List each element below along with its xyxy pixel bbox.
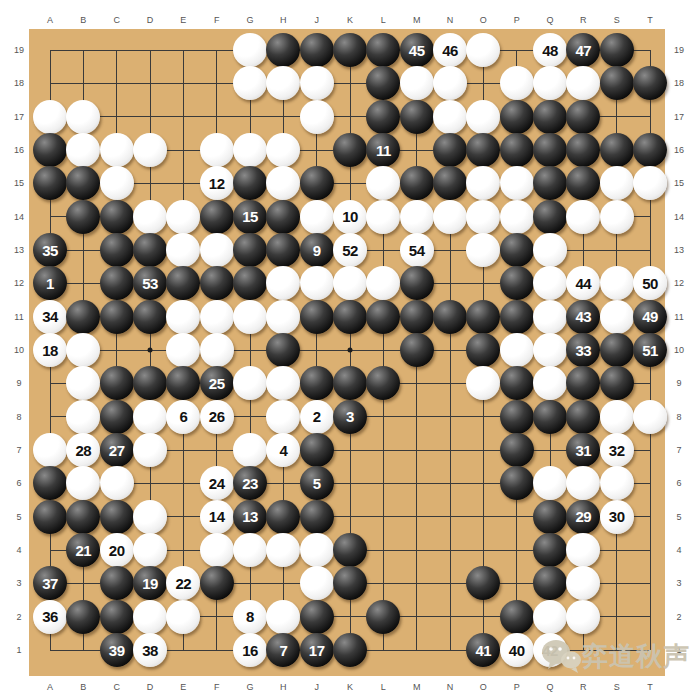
coord-label-top-S: S bbox=[614, 15, 620, 25]
coord-label-top-M: M bbox=[413, 15, 421, 25]
stone-white-R6 bbox=[566, 466, 600, 500]
stone-white-F8: 26 bbox=[200, 400, 234, 434]
stone-black-P9 bbox=[500, 366, 534, 400]
stone-black-H1: 7 bbox=[266, 633, 300, 667]
stone-black-O10 bbox=[466, 333, 500, 367]
coord-label-left-15: 15 bbox=[14, 178, 24, 188]
coord-label-left-16: 16 bbox=[14, 145, 24, 155]
stone-white-E8: 6 bbox=[166, 400, 200, 434]
coord-label-bottom-G: G bbox=[246, 682, 253, 692]
stone-black-C14 bbox=[100, 200, 134, 234]
stone-white-B17 bbox=[66, 100, 100, 134]
stone-white-F15: 12 bbox=[200, 166, 234, 200]
stone-black-C1: 39 bbox=[100, 633, 134, 667]
stone-black-J2 bbox=[300, 600, 334, 634]
stone-white-G4 bbox=[233, 533, 267, 567]
stone-white-H4 bbox=[266, 533, 300, 567]
coord-label-top-L: L bbox=[381, 15, 386, 25]
coord-label-left-8: 8 bbox=[16, 412, 21, 422]
stone-white-J4 bbox=[300, 533, 334, 567]
stone-black-K9 bbox=[333, 366, 367, 400]
stone-black-H13 bbox=[266, 233, 300, 267]
stone-white-F6: 24 bbox=[200, 466, 234, 500]
stone-black-P8 bbox=[500, 400, 534, 434]
stone-white-Q13 bbox=[533, 233, 567, 267]
stone-white-S14 bbox=[600, 200, 634, 234]
stone-white-E2 bbox=[166, 600, 200, 634]
coord-label-left-1: 1 bbox=[16, 645, 21, 655]
stone-white-H8 bbox=[266, 400, 300, 434]
stone-white-J12 bbox=[300, 266, 334, 300]
stone-black-N15 bbox=[433, 166, 467, 200]
stone-black-R9 bbox=[566, 366, 600, 400]
stone-white-C6 bbox=[100, 466, 134, 500]
stone-white-G18 bbox=[233, 66, 267, 100]
coord-label-right-4: 4 bbox=[676, 545, 681, 555]
star-point-K10 bbox=[348, 348, 353, 353]
coord-label-left-13: 13 bbox=[14, 245, 24, 255]
stone-white-O13 bbox=[466, 233, 500, 267]
stone-white-L14 bbox=[366, 200, 400, 234]
stone-white-Q12 bbox=[533, 266, 567, 300]
stone-black-D13 bbox=[133, 233, 167, 267]
stone-black-N16 bbox=[433, 133, 467, 167]
stone-white-J3 bbox=[300, 566, 334, 600]
coord-label-bottom-M: M bbox=[413, 682, 421, 692]
coord-label-right-2: 2 bbox=[676, 612, 681, 622]
stone-white-E11 bbox=[166, 300, 200, 334]
stone-black-C12 bbox=[100, 266, 134, 300]
stone-black-H14 bbox=[266, 200, 300, 234]
coord-label-top-A: A bbox=[47, 15, 53, 25]
stone-white-G7 bbox=[233, 433, 267, 467]
stone-white-B16 bbox=[66, 133, 100, 167]
stone-black-J13: 9 bbox=[300, 233, 334, 267]
stone-black-M15 bbox=[400, 166, 434, 200]
stone-black-Q3 bbox=[533, 566, 567, 600]
stone-black-Q16 bbox=[533, 133, 567, 167]
coord-label-top-F: F bbox=[214, 15, 220, 25]
stone-white-M18 bbox=[400, 66, 434, 100]
stone-white-Q11 bbox=[533, 300, 567, 334]
stone-white-Q2 bbox=[533, 600, 567, 634]
star-point-D10 bbox=[148, 348, 153, 353]
stone-white-J17 bbox=[300, 100, 334, 134]
coord-label-top-E: E bbox=[180, 15, 186, 25]
coord-label-top-Q: Q bbox=[546, 15, 553, 25]
stone-black-P6 bbox=[500, 466, 534, 500]
stone-white-D16 bbox=[133, 133, 167, 167]
coord-label-bottom-C: C bbox=[113, 682, 120, 692]
go-diagram: AABBCCDDEEFFGGHHJJKKLLMMNNOOPPQQRRSSTT19… bbox=[0, 0, 700, 700]
stone-white-J18 bbox=[300, 66, 334, 100]
coord-label-bottom-N: N bbox=[447, 682, 454, 692]
stone-white-B6 bbox=[66, 466, 100, 500]
stone-white-A17 bbox=[33, 100, 67, 134]
coord-label-right-8: 8 bbox=[676, 412, 681, 422]
stone-white-K12 bbox=[333, 266, 367, 300]
coord-label-bottom-E: E bbox=[180, 682, 186, 692]
coord-label-right-10: 10 bbox=[674, 345, 684, 355]
stone-black-H5 bbox=[266, 500, 300, 534]
stone-black-P2 bbox=[500, 600, 534, 634]
stone-white-A10: 18 bbox=[33, 333, 67, 367]
stone-white-K14: 10 bbox=[333, 200, 367, 234]
stone-black-M19: 45 bbox=[400, 33, 434, 67]
coord-label-top-D: D bbox=[147, 15, 154, 25]
stone-white-O9 bbox=[466, 366, 500, 400]
stone-white-J8: 2 bbox=[300, 400, 334, 434]
watermark-text: 弈道秋声 bbox=[582, 636, 690, 676]
coord-label-right-6: 6 bbox=[676, 478, 681, 488]
coord-label-top-T: T bbox=[647, 15, 653, 25]
stone-white-F5: 14 bbox=[200, 500, 234, 534]
stone-black-G13 bbox=[233, 233, 267, 267]
stone-black-D12: 53 bbox=[133, 266, 167, 300]
stone-white-O19 bbox=[466, 33, 500, 67]
coord-label-top-O: O bbox=[480, 15, 487, 25]
stone-white-H2 bbox=[266, 600, 300, 634]
coord-label-top-H: H bbox=[280, 15, 287, 25]
stone-white-S6 bbox=[600, 466, 634, 500]
stone-white-P15 bbox=[500, 166, 534, 200]
coord-label-bottom-K: K bbox=[347, 682, 353, 692]
stone-black-F12 bbox=[200, 266, 234, 300]
stone-white-C4: 20 bbox=[100, 533, 134, 567]
stone-black-R17 bbox=[566, 100, 600, 134]
stone-white-N18 bbox=[433, 66, 467, 100]
stone-black-M11 bbox=[400, 300, 434, 334]
stone-black-F9: 25 bbox=[200, 366, 234, 400]
coord-label-left-11: 11 bbox=[14, 312, 23, 322]
stone-black-G6: 23 bbox=[233, 466, 267, 500]
coord-label-right-12: 12 bbox=[674, 278, 684, 288]
coord-label-top-K: K bbox=[347, 15, 353, 25]
stone-black-P17 bbox=[500, 100, 534, 134]
stone-black-K8: 3 bbox=[333, 400, 367, 434]
stone-black-Q15 bbox=[533, 166, 567, 200]
stone-white-D4 bbox=[133, 533, 167, 567]
stone-black-B2 bbox=[66, 600, 100, 634]
coord-label-left-18: 18 bbox=[14, 78, 24, 88]
stone-black-K1 bbox=[333, 633, 367, 667]
stone-white-K13: 52 bbox=[333, 233, 367, 267]
stone-black-P12 bbox=[500, 266, 534, 300]
stone-black-H19 bbox=[266, 33, 300, 67]
stone-white-N14 bbox=[433, 200, 467, 234]
stone-black-Q17 bbox=[533, 100, 567, 134]
stone-black-R7: 31 bbox=[566, 433, 600, 467]
stone-white-G11 bbox=[233, 300, 267, 334]
stone-black-P7 bbox=[500, 433, 534, 467]
stone-white-F13 bbox=[200, 233, 234, 267]
stone-white-Q10 bbox=[533, 333, 567, 367]
stone-white-M14 bbox=[400, 200, 434, 234]
stone-white-F16 bbox=[200, 133, 234, 167]
stone-white-D5 bbox=[133, 500, 167, 534]
stone-black-R16 bbox=[566, 133, 600, 167]
stone-white-Q6 bbox=[533, 466, 567, 500]
stone-black-R19: 47 bbox=[566, 33, 600, 67]
coord-label-left-7: 7 bbox=[16, 445, 21, 455]
coord-label-left-19: 19 bbox=[14, 45, 24, 55]
stone-white-F4 bbox=[200, 533, 234, 567]
stone-black-L18 bbox=[366, 66, 400, 100]
coord-label-bottom-J: J bbox=[314, 682, 319, 692]
stone-black-R8 bbox=[566, 400, 600, 434]
stone-white-G9 bbox=[233, 366, 267, 400]
coord-label-bottom-F: F bbox=[214, 682, 220, 692]
stone-white-H15 bbox=[266, 166, 300, 200]
coord-label-left-12: 12 bbox=[14, 278, 24, 288]
stone-black-J19 bbox=[300, 33, 334, 67]
stone-black-J7 bbox=[300, 433, 334, 467]
stone-black-S18 bbox=[600, 66, 634, 100]
coord-label-top-R: R bbox=[580, 15, 587, 25]
stone-black-R11: 43 bbox=[566, 300, 600, 334]
stone-black-F14 bbox=[200, 200, 234, 234]
stone-black-E9 bbox=[166, 366, 200, 400]
coord-label-right-11: 11 bbox=[674, 312, 683, 322]
stone-white-A7 bbox=[33, 433, 67, 467]
coord-label-bottom-Q: Q bbox=[546, 682, 553, 692]
coord-label-top-N: N bbox=[447, 15, 454, 25]
coord-label-left-9: 9 bbox=[16, 378, 21, 388]
stone-white-R2 bbox=[566, 600, 600, 634]
stone-white-F10 bbox=[200, 333, 234, 367]
stone-white-G16 bbox=[233, 133, 267, 167]
stone-white-E10 bbox=[166, 333, 200, 367]
coord-label-right-17: 17 bbox=[674, 112, 684, 122]
stone-black-R15 bbox=[566, 166, 600, 200]
stone-white-F11 bbox=[200, 300, 234, 334]
coord-label-top-B: B bbox=[80, 15, 86, 25]
stone-black-S10 bbox=[600, 333, 634, 367]
coord-label-right-14: 14 bbox=[674, 212, 684, 222]
stone-black-P16 bbox=[500, 133, 534, 167]
stone-black-A3: 37 bbox=[33, 566, 67, 600]
stone-black-L11 bbox=[366, 300, 400, 334]
stone-white-Q18 bbox=[533, 66, 567, 100]
stone-white-L15 bbox=[366, 166, 400, 200]
coord-label-bottom-S: S bbox=[614, 682, 620, 692]
stone-white-S5: 30 bbox=[600, 500, 634, 534]
stone-white-H16 bbox=[266, 133, 300, 167]
stone-black-R10: 33 bbox=[566, 333, 600, 367]
stone-black-E12 bbox=[166, 266, 200, 300]
coord-label-top-P: P bbox=[514, 15, 520, 25]
stone-white-L12 bbox=[366, 266, 400, 300]
stone-black-S9 bbox=[600, 366, 634, 400]
stone-white-C15 bbox=[100, 166, 134, 200]
stone-black-O1: 41 bbox=[466, 633, 500, 667]
stone-white-D8 bbox=[133, 400, 167, 434]
stone-black-L9 bbox=[366, 366, 400, 400]
stone-white-T15 bbox=[633, 166, 667, 200]
stone-black-L16: 11 bbox=[366, 133, 400, 167]
stone-black-A12: 1 bbox=[33, 266, 67, 300]
stone-black-O11 bbox=[466, 300, 500, 334]
stone-black-C9 bbox=[100, 366, 134, 400]
stone-white-Q9 bbox=[533, 366, 567, 400]
coord-label-right-18: 18 bbox=[674, 78, 684, 88]
stone-black-C5 bbox=[100, 500, 134, 534]
stone-white-N19: 46 bbox=[433, 33, 467, 67]
stone-black-G12 bbox=[233, 266, 267, 300]
stone-black-K11 bbox=[333, 300, 367, 334]
coord-label-bottom-O: O bbox=[480, 682, 487, 692]
stone-black-H10 bbox=[266, 333, 300, 367]
stone-white-S11 bbox=[600, 300, 634, 334]
stone-black-Q5 bbox=[533, 500, 567, 534]
stone-white-H9 bbox=[266, 366, 300, 400]
stone-black-T18 bbox=[633, 66, 667, 100]
stone-black-L2 bbox=[366, 600, 400, 634]
coord-label-left-3: 3 bbox=[16, 578, 21, 588]
coord-label-right-5: 5 bbox=[676, 512, 681, 522]
stone-black-C8 bbox=[100, 400, 134, 434]
stone-white-P14 bbox=[500, 200, 534, 234]
stone-black-J11 bbox=[300, 300, 334, 334]
stone-black-F3 bbox=[200, 566, 234, 600]
stone-black-K16 bbox=[333, 133, 367, 167]
stone-white-E13 bbox=[166, 233, 200, 267]
stone-white-P10 bbox=[500, 333, 534, 367]
stone-black-T11: 49 bbox=[633, 300, 667, 334]
stone-white-R12: 44 bbox=[566, 266, 600, 300]
coord-label-right-3: 3 bbox=[676, 578, 681, 588]
stone-white-T12: 50 bbox=[633, 266, 667, 300]
stone-black-D3: 19 bbox=[133, 566, 167, 600]
stone-white-O14 bbox=[466, 200, 500, 234]
stone-black-J15 bbox=[300, 166, 334, 200]
stone-white-C16 bbox=[100, 133, 134, 167]
stone-white-A11: 34 bbox=[33, 300, 67, 334]
stone-black-S19 bbox=[600, 33, 634, 67]
coord-label-top-G: G bbox=[246, 15, 253, 25]
stone-white-O15 bbox=[466, 166, 500, 200]
stone-white-P18 bbox=[500, 66, 534, 100]
stone-white-A2: 36 bbox=[33, 600, 67, 634]
coord-label-bottom-B: B bbox=[80, 682, 86, 692]
stone-black-C7: 27 bbox=[100, 433, 134, 467]
stone-black-J9 bbox=[300, 366, 334, 400]
stone-black-A15 bbox=[33, 166, 67, 200]
coord-label-right-16: 16 bbox=[674, 145, 684, 155]
stone-white-R4 bbox=[566, 533, 600, 567]
stone-white-M13: 54 bbox=[400, 233, 434, 267]
stone-white-S15 bbox=[600, 166, 634, 200]
stone-white-H11 bbox=[266, 300, 300, 334]
stone-white-S7: 32 bbox=[600, 433, 634, 467]
stone-white-D2 bbox=[133, 600, 167, 634]
stone-black-C3 bbox=[100, 566, 134, 600]
watermark: 弈道秋声 bbox=[540, 636, 690, 676]
coord-label-left-4: 4 bbox=[16, 545, 21, 555]
stone-black-P13 bbox=[500, 233, 534, 267]
stone-white-E14 bbox=[166, 200, 200, 234]
stone-black-T10: 51 bbox=[633, 333, 667, 367]
stone-white-R14 bbox=[566, 200, 600, 234]
stone-black-K19 bbox=[333, 33, 367, 67]
stone-black-Q14 bbox=[533, 200, 567, 234]
stone-black-Q4 bbox=[533, 533, 567, 567]
stone-white-T8 bbox=[633, 400, 667, 434]
stone-black-J5 bbox=[300, 500, 334, 534]
stone-black-L19 bbox=[366, 33, 400, 67]
stone-black-D11 bbox=[133, 300, 167, 334]
coord-label-right-13: 13 bbox=[674, 245, 684, 255]
coord-label-right-9: 9 bbox=[676, 378, 681, 388]
coord-label-left-5: 5 bbox=[16, 512, 21, 522]
stone-black-A5 bbox=[33, 500, 67, 534]
coord-label-left-2: 2 bbox=[16, 612, 21, 622]
stone-white-D7 bbox=[133, 433, 167, 467]
stone-white-B7: 28 bbox=[66, 433, 100, 467]
stone-white-R18 bbox=[566, 66, 600, 100]
stone-black-M10 bbox=[400, 333, 434, 367]
coord-label-left-14: 14 bbox=[14, 212, 24, 222]
stone-white-Q19: 48 bbox=[533, 33, 567, 67]
coord-label-left-6: 6 bbox=[16, 478, 21, 488]
coord-label-bottom-H: H bbox=[280, 682, 287, 692]
stone-white-H7: 4 bbox=[266, 433, 300, 467]
stone-white-J14 bbox=[300, 200, 334, 234]
stone-white-P1: 40 bbox=[500, 633, 534, 667]
stone-black-A13: 35 bbox=[33, 233, 67, 267]
stone-black-A6 bbox=[33, 466, 67, 500]
stone-black-D9 bbox=[133, 366, 167, 400]
stone-white-E3: 22 bbox=[166, 566, 200, 600]
stone-black-S16 bbox=[600, 133, 634, 167]
coord-label-bottom-A: A bbox=[47, 682, 53, 692]
stone-black-M12 bbox=[400, 266, 434, 300]
stone-black-T16 bbox=[633, 133, 667, 167]
stone-black-O3 bbox=[466, 566, 500, 600]
coord-label-bottom-D: D bbox=[147, 682, 154, 692]
coord-label-bottom-T: T bbox=[647, 682, 653, 692]
coord-label-left-17: 17 bbox=[14, 112, 24, 122]
stone-black-K4 bbox=[333, 533, 367, 567]
stone-white-H18 bbox=[266, 66, 300, 100]
stone-black-C11 bbox=[100, 300, 134, 334]
stone-black-L17 bbox=[366, 100, 400, 134]
stone-black-R5: 29 bbox=[566, 500, 600, 534]
wechat-icon bbox=[540, 636, 582, 676]
stone-white-B8 bbox=[66, 400, 100, 434]
stone-black-K3 bbox=[333, 566, 367, 600]
stone-black-J1: 17 bbox=[300, 633, 334, 667]
stone-black-O16 bbox=[466, 133, 500, 167]
stone-white-S12 bbox=[600, 266, 634, 300]
stone-white-G1: 16 bbox=[233, 633, 267, 667]
stone-black-B14 bbox=[66, 200, 100, 234]
coord-label-top-C: C bbox=[113, 15, 120, 25]
coord-label-bottom-R: R bbox=[580, 682, 587, 692]
stone-black-C13 bbox=[100, 233, 134, 267]
stone-white-G19 bbox=[233, 33, 267, 67]
stone-white-R3 bbox=[566, 566, 600, 600]
stone-black-N11 bbox=[433, 300, 467, 334]
stone-black-B15 bbox=[66, 166, 100, 200]
stone-black-B5 bbox=[66, 500, 100, 534]
stone-white-B10 bbox=[66, 333, 100, 367]
coord-label-right-19: 19 bbox=[674, 45, 684, 55]
coord-label-bottom-P: P bbox=[514, 682, 520, 692]
stone-black-B4: 21 bbox=[66, 533, 100, 567]
stone-white-N17 bbox=[433, 100, 467, 134]
coord-label-left-10: 10 bbox=[14, 345, 24, 355]
